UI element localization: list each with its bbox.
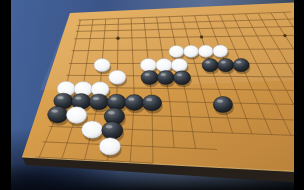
star-point — [283, 34, 286, 37]
stone-glare — [205, 61, 210, 64]
stone-white — [169, 45, 184, 57]
stone-black — [202, 59, 218, 72]
stone-glare — [177, 73, 182, 76]
stone-glare — [106, 125, 113, 128]
stone-glare — [236, 61, 241, 64]
stone-glare — [111, 97, 117, 100]
stone-black — [125, 95, 144, 111]
go-board — [0, 0, 304, 190]
stone-glare — [52, 109, 58, 112]
letterbox-right-bar — [294, 0, 304, 190]
stone-glare — [93, 97, 99, 100]
stone-black — [213, 97, 232, 113]
stone-black — [141, 71, 158, 85]
stone-black — [48, 106, 68, 123]
stone-glare — [75, 97, 81, 100]
stone-black — [173, 71, 190, 85]
stone-white — [184, 45, 199, 57]
star-point — [116, 37, 119, 40]
stone-black — [233, 59, 249, 72]
stone-glare — [221, 61, 226, 64]
board-photo-rendering — [0, 0, 304, 190]
stone-white — [156, 59, 172, 72]
stone-white — [213, 45, 228, 57]
stone-black — [157, 71, 174, 85]
stone-white — [99, 138, 120, 155]
stone-glare — [146, 98, 152, 101]
stone-glare — [108, 111, 115, 114]
star-point — [200, 35, 203, 38]
stone-glare — [217, 100, 223, 103]
stone-white — [94, 59, 110, 72]
stone-black — [142, 95, 161, 111]
stone-black — [218, 59, 234, 72]
stone-white — [82, 121, 103, 138]
stone-glare — [57, 96, 63, 99]
letterbox-left-bar — [0, 0, 11, 190]
video-frame — [0, 0, 304, 190]
stone-white — [171, 59, 187, 72]
stone-black — [89, 94, 108, 110]
stone-white — [109, 70, 126, 84]
stone-black — [107, 94, 126, 110]
stone-black — [102, 122, 123, 139]
stone-glare — [144, 73, 149, 76]
stone-white — [198, 45, 213, 57]
stone-white — [66, 107, 86, 124]
stone-white — [140, 59, 156, 72]
stone-glare — [161, 73, 166, 76]
stone-glare — [128, 98, 134, 101]
